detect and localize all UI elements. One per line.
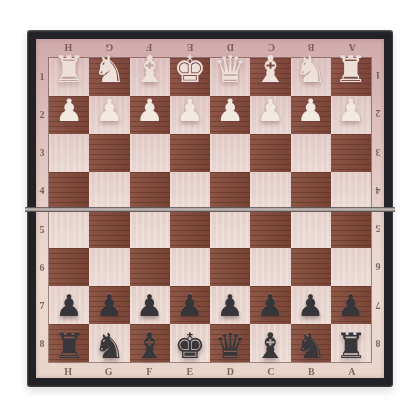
square-g2[interactable]: ♟	[89, 96, 129, 134]
square-g1[interactable]: ♞	[89, 58, 129, 96]
piece-black-rook-h8[interactable]: ♜	[53, 329, 84, 364]
square-a1[interactable]: ♜	[331, 58, 371, 96]
square-e5[interactable]	[170, 210, 210, 248]
file-label-bottom-a: A	[332, 364, 373, 378]
piece-white-knight-g1[interactable]: ♞	[93, 51, 126, 88]
rank-label-right-2: 2	[372, 95, 384, 133]
square-f3[interactable]	[130, 134, 170, 172]
square-h7[interactable]: ♟	[49, 286, 89, 324]
square-a2[interactable]: ♟	[331, 96, 371, 134]
square-f2[interactable]: ♟	[130, 96, 170, 134]
square-a4[interactable]	[331, 172, 371, 210]
file-label-bottom-f: F	[129, 364, 170, 378]
photo-canvas: HGFEDCBA 12345678 12345678 ♜♞♝♚♛♝♞♜♟♟♟♟♟…	[0, 0, 420, 420]
file-labels-bottom: HGFEDCBA	[48, 364, 372, 378]
piece-white-pawn-f2[interactable]: ♟	[136, 95, 164, 126]
rank-label-right-5: 5	[372, 210, 384, 248]
square-b4[interactable]	[291, 172, 331, 210]
piece-black-pawn-g7[interactable]: ♟	[96, 291, 123, 321]
piece-white-queen-d1[interactable]: ♛	[214, 51, 247, 88]
file-label-bottom-b: B	[291, 364, 332, 378]
piece-black-rook-a8[interactable]: ♜	[335, 329, 366, 364]
piece-white-rook-h1[interactable]: ♜	[53, 51, 86, 88]
piece-white-pawn-d2[interactable]: ♟	[216, 95, 244, 126]
piece-white-king-e1[interactable]: ♚	[173, 51, 206, 88]
rank-label-left-1: 1	[36, 57, 48, 95]
file-label-bottom-d: D	[210, 364, 251, 378]
piece-black-pawn-d7[interactable]: ♟	[217, 291, 244, 321]
rank-label-left-2: 2	[36, 95, 48, 133]
square-f4[interactable]	[130, 172, 170, 210]
square-d8[interactable]: ♛	[210, 324, 250, 362]
piece-black-pawn-c7[interactable]: ♟	[257, 291, 284, 321]
square-e3[interactable]	[170, 134, 210, 172]
rank-label-right-3: 3	[372, 134, 384, 172]
square-d3[interactable]	[210, 134, 250, 172]
piece-black-king-e8[interactable]: ♚	[174, 329, 205, 364]
square-h8[interactable]: ♜	[49, 324, 89, 362]
square-b5[interactable]	[291, 210, 331, 248]
piece-white-knight-b1[interactable]: ♞	[294, 51, 327, 88]
square-h4[interactable]	[49, 172, 89, 210]
piece-white-bishop-c1[interactable]: ♝	[254, 51, 287, 88]
square-b1[interactable]: ♞	[291, 58, 331, 96]
square-b7[interactable]: ♟	[291, 286, 331, 324]
square-f6[interactable]	[130, 248, 170, 286]
square-a8[interactable]: ♜	[331, 324, 371, 362]
square-e8[interactable]: ♚	[170, 324, 210, 362]
square-c6[interactable]	[250, 248, 290, 286]
rank-label-left-4: 4	[36, 172, 48, 210]
square-a6[interactable]	[331, 248, 371, 286]
square-e7[interactable]: ♟	[170, 286, 210, 324]
rank-label-left-3: 3	[36, 134, 48, 172]
square-e6[interactable]	[170, 248, 210, 286]
piece-black-pawn-h7[interactable]: ♟	[56, 291, 83, 321]
square-f7[interactable]: ♟	[130, 286, 170, 324]
square-b2[interactable]: ♟	[291, 96, 331, 134]
square-c4[interactable]	[250, 172, 290, 210]
square-e1[interactable]: ♚	[170, 58, 210, 96]
square-c3[interactable]	[250, 134, 290, 172]
square-f5[interactable]	[130, 210, 170, 248]
file-label-bottom-h: H	[48, 364, 89, 378]
square-a7[interactable]: ♟	[331, 286, 371, 324]
piece-black-pawn-e7[interactable]: ♟	[176, 291, 203, 321]
piece-white-pawn-a2[interactable]: ♟	[337, 95, 365, 126]
piece-black-queen-d8[interactable]: ♛	[214, 329, 245, 364]
piece-black-bishop-f8[interactable]: ♝	[134, 329, 165, 364]
piece-white-rook-a1[interactable]: ♜	[334, 51, 367, 88]
square-g6[interactable]	[89, 248, 129, 286]
square-b8[interactable]: ♞	[291, 324, 331, 362]
piece-white-pawn-b2[interactable]: ♟	[297, 95, 325, 126]
rank-label-left-8: 8	[36, 325, 48, 363]
piece-black-pawn-a7[interactable]: ♟	[337, 291, 364, 321]
square-g4[interactable]	[89, 172, 129, 210]
square-b6[interactable]	[291, 248, 331, 286]
square-c5[interactable]	[250, 210, 290, 248]
square-a5[interactable]	[331, 210, 371, 248]
rank-label-left-5: 5	[36, 210, 48, 248]
square-g3[interactable]	[89, 134, 129, 172]
square-d4[interactable]	[210, 172, 250, 210]
board-frame: HGFEDCBA 12345678 12345678 ♜♞♝♚♛♝♞♜♟♟♟♟♟…	[27, 30, 393, 387]
piece-black-pawn-f7[interactable]: ♟	[136, 291, 163, 321]
square-b3[interactable]	[291, 134, 331, 172]
square-d5[interactable]	[210, 210, 250, 248]
square-h2[interactable]: ♟	[49, 96, 89, 134]
rank-label-right-8: 8	[372, 325, 384, 363]
file-label-bottom-e: E	[170, 364, 211, 378]
piece-black-pawn-b7[interactable]: ♟	[297, 291, 324, 321]
square-c2[interactable]: ♟	[250, 96, 290, 134]
rank-label-right-4: 4	[372, 172, 384, 210]
square-h5[interactable]	[49, 210, 89, 248]
square-f8[interactable]: ♝	[130, 324, 170, 362]
square-g7[interactable]: ♟	[89, 286, 129, 324]
square-h3[interactable]	[49, 134, 89, 172]
file-label-bottom-g: G	[89, 364, 130, 378]
piece-white-pawn-g2[interactable]: ♟	[95, 95, 123, 126]
rank-label-right-7: 7	[372, 287, 384, 325]
rank-label-right-6: 6	[372, 248, 384, 286]
square-d6[interactable]	[210, 248, 250, 286]
square-d1[interactable]: ♛	[210, 58, 250, 96]
square-a3[interactable]	[331, 134, 371, 172]
square-g5[interactable]	[89, 210, 129, 248]
rank-label-left-7: 7	[36, 287, 48, 325]
piece-black-knight-b8[interactable]: ♞	[295, 329, 326, 364]
square-d7[interactable]: ♟	[210, 286, 250, 324]
piece-white-pawn-e2[interactable]: ♟	[176, 95, 204, 126]
fold-hinge-seam	[25, 207, 395, 212]
rank-label-right-1: 1	[372, 57, 384, 95]
square-c1[interactable]: ♝	[250, 58, 290, 96]
piece-black-knight-g8[interactable]: ♞	[94, 329, 125, 364]
piece-black-bishop-c8[interactable]: ♝	[255, 329, 286, 364]
square-c7[interactable]: ♟	[250, 286, 290, 324]
file-label-bottom-c: C	[251, 364, 292, 378]
piece-white-pawn-c2[interactable]: ♟	[256, 95, 284, 126]
square-e4[interactable]	[170, 172, 210, 210]
square-d2[interactable]: ♟	[210, 96, 250, 134]
piece-white-pawn-h2[interactable]: ♟	[55, 95, 83, 126]
square-h6[interactable]	[49, 248, 89, 286]
square-f1[interactable]: ♝	[130, 58, 170, 96]
square-c8[interactable]: ♝	[250, 324, 290, 362]
square-e2[interactable]: ♟	[170, 96, 210, 134]
square-h1[interactable]: ♜	[49, 58, 89, 96]
rank-label-left-6: 6	[36, 248, 48, 286]
piece-white-bishop-f1[interactable]: ♝	[133, 51, 166, 88]
square-g8[interactable]: ♞	[89, 324, 129, 362]
